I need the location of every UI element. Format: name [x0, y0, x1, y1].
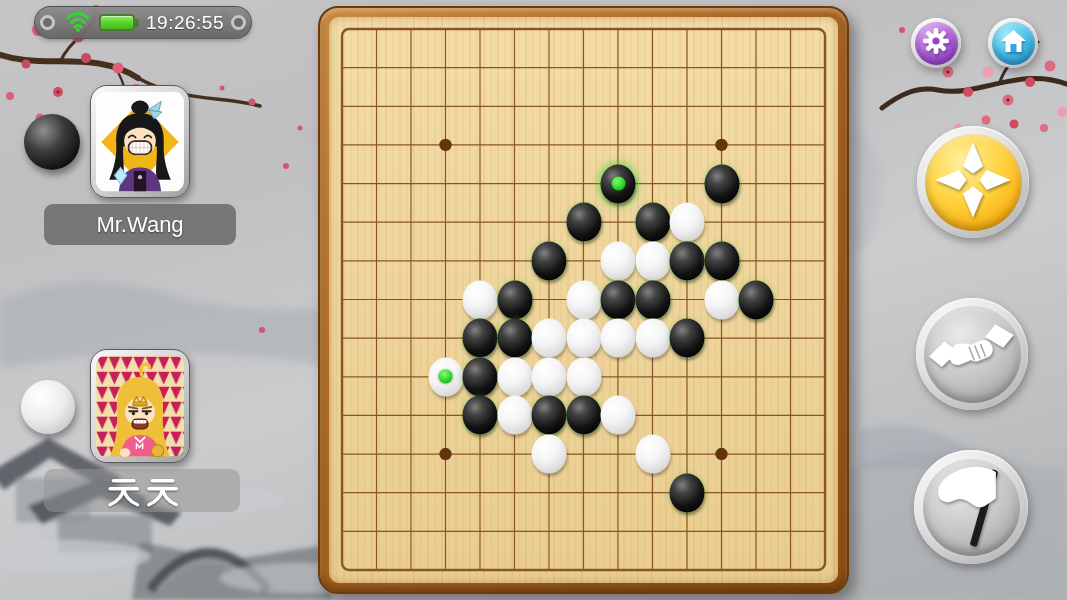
- plum-branch-right: [882, 27, 1067, 132]
- draw-offer-button[interactable]: [916, 298, 1028, 410]
- white-stone: [635, 241, 670, 280]
- white-stone-icon: [21, 380, 75, 434]
- gomoku-board: [318, 6, 849, 594]
- black-stone: [670, 241, 705, 280]
- black-stone: [497, 319, 532, 358]
- status-bar-left-knob: [40, 15, 55, 30]
- moves-button[interactable]: [917, 126, 1029, 238]
- white-stone: [497, 396, 532, 435]
- black-stone: [463, 319, 498, 358]
- player2-avatar-art: [96, 355, 184, 457]
- flag-icon: [925, 459, 1017, 555]
- player1-name: Mr.Wang: [44, 204, 236, 245]
- white-stone: [601, 319, 636, 358]
- player1-avatar-art: [96, 91, 184, 192]
- white-stone: [670, 203, 705, 242]
- gear-icon: [922, 27, 950, 59]
- black-stone: [601, 164, 636, 203]
- home-icon: [1000, 28, 1027, 58]
- black-stone: [739, 280, 774, 319]
- game-screen: 19:26:55: [0, 0, 1067, 600]
- last-move-marker: [611, 177, 625, 191]
- player1-avatar[interactable]: [90, 85, 190, 198]
- white-stone: [532, 435, 567, 474]
- settings-button[interactable]: [911, 18, 961, 68]
- white-stone: [601, 396, 636, 435]
- black-stone: [532, 241, 567, 280]
- black-stone: [463, 357, 498, 396]
- white-stone: [463, 280, 498, 319]
- black-stone: [497, 280, 532, 319]
- white-stone: [428, 357, 463, 396]
- player2-name: 天天: [44, 469, 240, 512]
- resign-button[interactable]: [914, 450, 1028, 564]
- black-stone: [704, 241, 739, 280]
- battery-icon: [99, 14, 139, 31]
- stones-layer: [342, 29, 825, 570]
- white-stone: [497, 357, 532, 396]
- battery-level: [99, 14, 135, 31]
- black-stone: [532, 396, 567, 435]
- black-stone: [635, 280, 670, 319]
- white-stone: [566, 319, 601, 358]
- black-stone: [463, 396, 498, 435]
- white-stone: [704, 280, 739, 319]
- board-grid[interactable]: [342, 29, 825, 570]
- black-stone: [635, 203, 670, 242]
- black-stone: [566, 396, 601, 435]
- last-move-marker: [439, 370, 453, 384]
- clock-time: 19:26:55: [139, 12, 231, 34]
- wifi-icon: [65, 10, 91, 36]
- black-stone-icon: [24, 114, 80, 170]
- black-stone: [566, 203, 601, 242]
- player2-avatar[interactable]: [90, 349, 190, 463]
- player2-name-glyphs: [105, 475, 179, 507]
- white-stone: [532, 357, 567, 396]
- handshake-icon: [927, 307, 1017, 401]
- cross-arrows-icon: [927, 134, 1019, 230]
- white-stone: [635, 435, 670, 474]
- white-stone: [601, 241, 636, 280]
- black-stone: [670, 319, 705, 358]
- black-stone: [601, 280, 636, 319]
- white-stone: [532, 319, 567, 358]
- home-button[interactable]: [988, 18, 1038, 68]
- white-stone: [566, 280, 601, 319]
- black-stone: [670, 473, 705, 512]
- falling-petals: [220, 11, 303, 333]
- white-stone: [635, 319, 670, 358]
- black-stone: [704, 164, 739, 203]
- status-bar-right-knob: [231, 15, 246, 30]
- status-bar: 19:26:55: [34, 6, 252, 39]
- white-stone: [566, 357, 601, 396]
